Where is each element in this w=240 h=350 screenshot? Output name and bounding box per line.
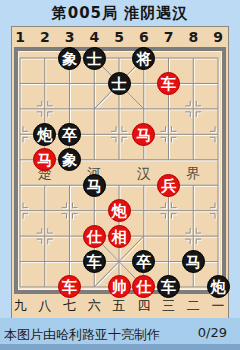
bottom-edge-strip xyxy=(0,344,240,350)
piece-black-士[interactable]: 士 xyxy=(108,72,131,95)
piece-black-马[interactable]: 马 xyxy=(182,250,205,273)
piece-red-仕[interactable]: 仕 xyxy=(83,225,106,248)
river-character: 汉 xyxy=(135,165,153,183)
file-number-bottom: 五 xyxy=(107,297,131,315)
file-number-top: 1 xyxy=(8,29,32,45)
file-number-top: 5 xyxy=(107,29,131,45)
piece-red-车[interactable]: 车 xyxy=(157,72,180,95)
piece-black-炮[interactable]: 炮 xyxy=(33,123,56,146)
piece-black-将[interactable]: 将 xyxy=(132,47,155,70)
piece-red-仕[interactable]: 仕 xyxy=(132,275,155,298)
file-number-bottom: 七 xyxy=(58,297,82,315)
file-number-top: 6 xyxy=(132,29,156,45)
puzzle-title: 第005局 淮阴遇汉 xyxy=(0,0,240,27)
piece-red-马[interactable]: 马 xyxy=(132,123,155,146)
file-number-bottom: 一 xyxy=(206,297,230,315)
piece-black-车[interactable]: 车 xyxy=(83,250,106,273)
piece-black-马[interactable]: 马 xyxy=(83,174,106,197)
piece-black-士[interactable]: 士 xyxy=(83,47,106,70)
piece-black-车[interactable]: 车 xyxy=(157,275,180,298)
file-number-bottom: 二 xyxy=(181,297,205,315)
piece-black-象[interactable]: 象 xyxy=(58,47,81,70)
piece-black-卒[interactable]: 卒 xyxy=(58,123,81,146)
piece-red-相[interactable]: 相 xyxy=(108,225,131,248)
file-number-top: 3 xyxy=(58,29,82,45)
piece-red-车[interactable]: 车 xyxy=(58,275,81,298)
file-number-top: 8 xyxy=(181,29,205,45)
piece-red-帅[interactable]: 帅 xyxy=(108,275,131,298)
file-number-bottom: 九 xyxy=(8,297,32,315)
file-number-top: 9 xyxy=(206,29,230,45)
file-number-bottom: 六 xyxy=(82,297,106,315)
piece-black-炮[interactable]: 炮 xyxy=(207,275,230,298)
xiangqi-board[interactable]: 123456789 九八七六五四三二一 楚河汉界 象士将士车炮卒马马象马兵炮仕相… xyxy=(12,27,228,318)
file-number-top: 2 xyxy=(33,29,57,45)
file-number-bottom: 四 xyxy=(132,297,156,315)
piece-red-兵[interactable]: 兵 xyxy=(157,174,180,197)
file-number-bottom: 三 xyxy=(157,297,181,315)
move-counter: 0/29 xyxy=(198,325,227,340)
river-character: 界 xyxy=(184,165,202,183)
file-number-top: 4 xyxy=(82,29,106,45)
file-number-top: 7 xyxy=(157,29,181,45)
file-number-bottom: 八 xyxy=(33,297,57,315)
piece-red-炮[interactable]: 炮 xyxy=(108,199,131,222)
credit-text: 本图片由哈利路亚十亮制作 xyxy=(4,326,160,344)
